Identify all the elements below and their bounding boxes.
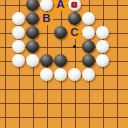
black-stone (26, 0, 40, 11)
black-stone (68, 12, 82, 26)
white-stone (82, 26, 96, 40)
marker-slit (74, 3, 76, 6)
white-stone (26, 54, 40, 68)
label-point-A[interactable]: A (54, 0, 68, 11)
black-stone (54, 54, 68, 68)
white-stone (54, 68, 68, 82)
white-stone (96, 26, 110, 40)
last-move-marker (72, 1, 78, 8)
label-point-C[interactable]: C (68, 26, 82, 40)
black-stone (82, 54, 96, 68)
white-stone (12, 12, 26, 26)
grid-line-horizontal (0, 103, 128, 104)
star-point (73, 45, 76, 48)
black-stone (26, 12, 40, 26)
go-board: ABC (0, 0, 128, 128)
white-stone (40, 68, 54, 82)
white-stone (68, 68, 82, 82)
white-stone (12, 54, 26, 68)
white-stone (96, 40, 110, 54)
white-stone (12, 26, 26, 40)
white-stone (82, 12, 96, 26)
label-point-B[interactable]: B (40, 12, 54, 26)
black-stone (54, 26, 68, 40)
grid-line-horizontal (0, 89, 128, 90)
white-stone (96, 54, 110, 68)
black-stone (26, 40, 40, 54)
black-stone (26, 26, 40, 40)
grid-line-horizontal (0, 117, 128, 118)
black-stone (82, 40, 96, 54)
marked-white-stone (68, 0, 82, 11)
black-stone (40, 54, 54, 68)
white-stone (12, 40, 26, 54)
white-stone (82, 68, 96, 82)
white-stone (40, 0, 54, 11)
